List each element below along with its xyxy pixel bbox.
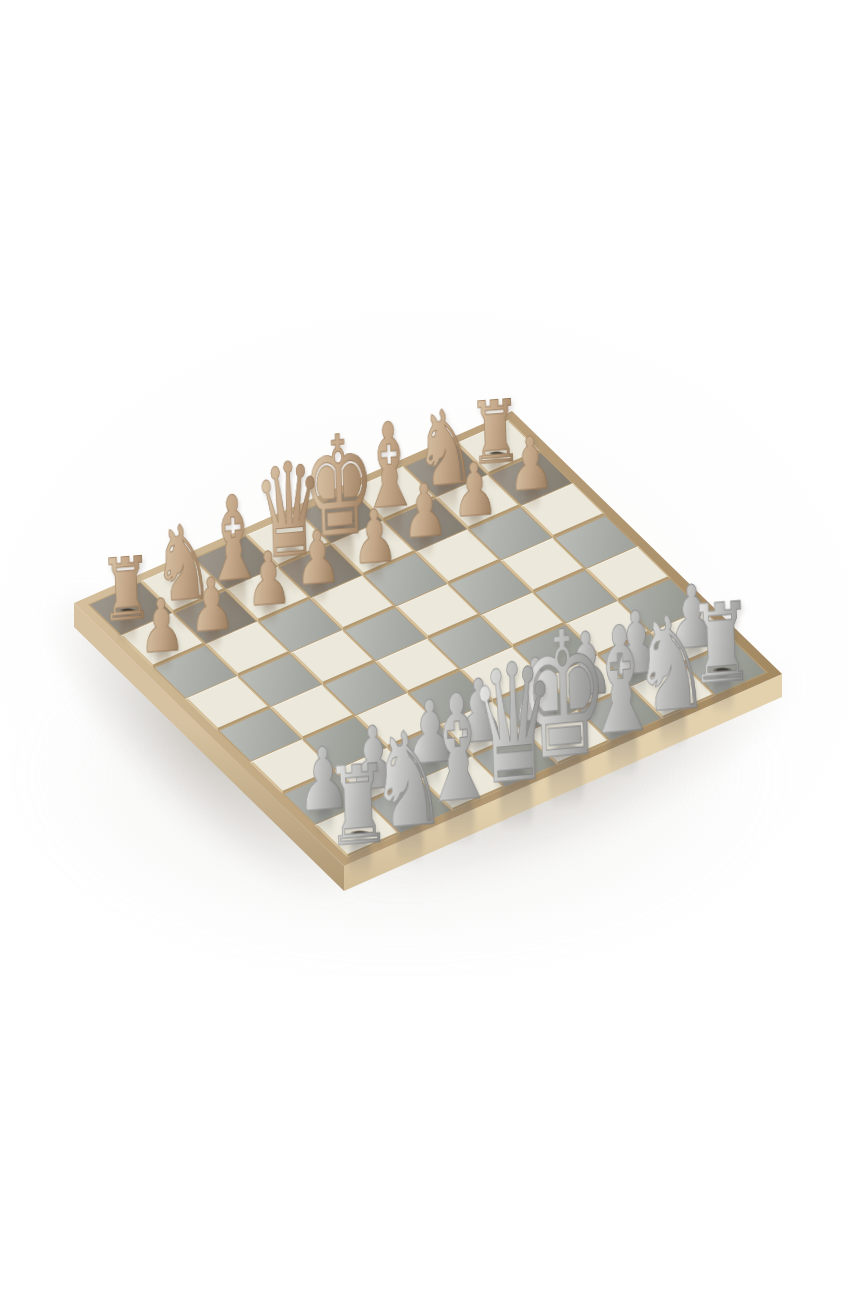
chess-board bbox=[74, 411, 782, 866]
chess-set-photo: ♜♞♝♛♚♝♞♜♟♟♟♟♟♟♟♟♟♟♟♟♟♟♟♟♜♞♝♛♚♝♞♜ bbox=[0, 0, 855, 1290]
